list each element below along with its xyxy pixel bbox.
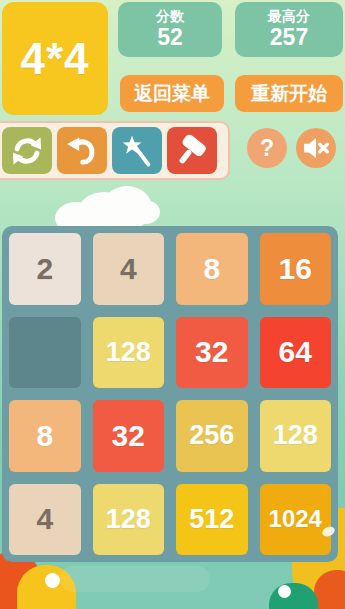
tile-128: 128 xyxy=(260,400,332,472)
game-screen: 4*4 分数 52 最高分 257 返回菜单 重新开始 xyxy=(0,0,345,609)
tile-8: 8 xyxy=(176,233,248,305)
tile-128: 128 xyxy=(93,484,165,556)
speaker-muted-icon xyxy=(301,133,331,163)
mute-button[interactable] xyxy=(296,128,336,168)
tile-32: 32 xyxy=(93,400,165,472)
game-board[interactable]: 24816128326483225612841285121024 xyxy=(2,226,338,562)
tile-8: 8 xyxy=(9,400,81,472)
help-button[interactable]: ? xyxy=(247,128,287,168)
decoration-mist xyxy=(60,566,210,592)
empty-cell xyxy=(9,317,81,389)
tile-16: 16 xyxy=(260,233,332,305)
score-value: 52 xyxy=(157,24,183,50)
help-label: ? xyxy=(260,135,274,162)
mode-badge: 4*4 xyxy=(2,2,108,115)
tile-4: 4 xyxy=(93,233,165,305)
toolbar xyxy=(0,121,230,180)
tile-64: 64 xyxy=(260,317,332,389)
undo-button[interactable] xyxy=(57,127,107,174)
wand-icon xyxy=(120,134,154,168)
tile-2: 2 xyxy=(9,233,81,305)
best-score-value: 257 xyxy=(270,24,308,50)
best-score-label: 最高分 xyxy=(268,8,310,24)
tile-1024: 1024 xyxy=(260,484,332,556)
cloud xyxy=(130,200,160,224)
tile-4: 4 xyxy=(9,484,81,556)
restart-button[interactable]: 重新开始 xyxy=(235,75,343,112)
tile-128: 128 xyxy=(93,317,165,389)
score-box: 分数 52 xyxy=(118,2,222,57)
shuffle-button[interactable] xyxy=(2,127,52,174)
magic-wand-button[interactable] xyxy=(112,127,162,174)
hammer-icon xyxy=(175,134,209,168)
score-label: 分数 xyxy=(156,8,184,24)
buddy-eye xyxy=(45,573,60,588)
tile-32: 32 xyxy=(176,317,248,389)
refresh-icon xyxy=(10,134,44,168)
tile-256: 256 xyxy=(176,400,248,472)
tile-512: 512 xyxy=(176,484,248,556)
return-menu-button[interactable]: 返回菜单 xyxy=(120,75,224,112)
buddy-eye xyxy=(278,585,291,598)
hammer-button[interactable] xyxy=(167,127,217,174)
undo-icon xyxy=(65,134,99,168)
best-score-box: 最高分 257 xyxy=(235,2,343,57)
